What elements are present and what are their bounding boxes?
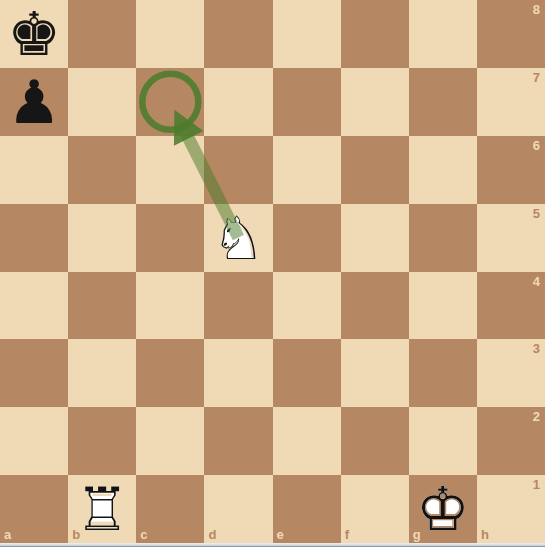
window-bottom-edge: [0, 543, 545, 547]
square-g6[interactable]: [409, 136, 477, 204]
piece-outline-glyph: ♘: [204, 204, 272, 272]
piece-fill-glyph: ♟: [0, 68, 68, 136]
square-b3[interactable]: [68, 339, 136, 407]
square-d7[interactable]: [204, 68, 272, 136]
square-e2[interactable]: [273, 407, 341, 475]
square-c5[interactable]: [136, 204, 204, 272]
piece-outline-glyph: ♔: [409, 475, 477, 543]
square-d5[interactable]: ♞♘: [204, 204, 272, 272]
square-h1[interactable]: 1h: [477, 475, 545, 543]
square-c1[interactable]: c: [136, 475, 204, 543]
square-h8[interactable]: 8: [477, 0, 545, 68]
square-b8[interactable]: [68, 0, 136, 68]
file-label: f: [345, 528, 349, 541]
square-g3[interactable]: [409, 339, 477, 407]
piece-white-king[interactable]: ♚♔: [409, 475, 477, 543]
square-d8[interactable]: [204, 0, 272, 68]
square-e1[interactable]: e: [273, 475, 341, 543]
square-c8[interactable]: [136, 0, 204, 68]
file-label: c: [140, 528, 147, 541]
file-label: a: [4, 528, 11, 541]
square-d6[interactable]: [204, 136, 272, 204]
square-f5[interactable]: [341, 204, 409, 272]
piece-black-pawn[interactable]: ♟: [0, 68, 68, 136]
square-e8[interactable]: [273, 0, 341, 68]
square-b2[interactable]: [68, 407, 136, 475]
square-e5[interactable]: [273, 204, 341, 272]
rank-label: 4: [533, 275, 540, 288]
square-a6[interactable]: [0, 136, 68, 204]
square-e4[interactable]: [273, 272, 341, 340]
square-d2[interactable]: [204, 407, 272, 475]
square-b4[interactable]: [68, 272, 136, 340]
rank-label: 8: [533, 3, 540, 16]
square-c6[interactable]: [136, 136, 204, 204]
square-g1[interactable]: g♚♔: [409, 475, 477, 543]
square-b7[interactable]: [68, 68, 136, 136]
square-c7[interactable]: [136, 68, 204, 136]
square-e6[interactable]: [273, 136, 341, 204]
square-e3[interactable]: [273, 339, 341, 407]
square-e7[interactable]: [273, 68, 341, 136]
square-a8[interactable]: ♚: [0, 0, 68, 68]
piece-white-rook[interactable]: ♜♖: [68, 475, 136, 543]
square-a3[interactable]: [0, 339, 68, 407]
square-f7[interactable]: [341, 68, 409, 136]
square-g7[interactable]: [409, 68, 477, 136]
square-h5[interactable]: 5: [477, 204, 545, 272]
square-d3[interactable]: [204, 339, 272, 407]
square-f2[interactable]: [341, 407, 409, 475]
square-h4[interactable]: 4: [477, 272, 545, 340]
piece-black-king[interactable]: ♚: [0, 0, 68, 68]
square-b6[interactable]: [68, 136, 136, 204]
rank-label: 2: [533, 410, 540, 423]
file-label: e: [277, 528, 284, 541]
square-b5[interactable]: [68, 204, 136, 272]
square-a7[interactable]: ♟: [0, 68, 68, 136]
square-g2[interactable]: [409, 407, 477, 475]
square-c2[interactable]: [136, 407, 204, 475]
square-h6[interactable]: 6: [477, 136, 545, 204]
file-label: h: [481, 528, 489, 541]
square-h3[interactable]: 3: [477, 339, 545, 407]
square-d4[interactable]: [204, 272, 272, 340]
square-a4[interactable]: [0, 272, 68, 340]
square-f4[interactable]: [341, 272, 409, 340]
square-f6[interactable]: [341, 136, 409, 204]
square-g5[interactable]: [409, 204, 477, 272]
chess-board: ♚8♟76♞♘5432ab♜♖cdefg♚♔1h: [0, 0, 545, 543]
piece-white-knight[interactable]: ♞♘: [204, 204, 272, 272]
square-f1[interactable]: f: [341, 475, 409, 543]
square-g4[interactable]: [409, 272, 477, 340]
square-a5[interactable]: [0, 204, 68, 272]
chess-app-window: ♚8♟76♞♘5432ab♜♖cdefg♚♔1h: [0, 0, 545, 547]
rank-label: 7: [533, 71, 540, 84]
file-label: d: [208, 528, 216, 541]
piece-fill-glyph: ♚: [0, 0, 68, 68]
square-c3[interactable]: [136, 339, 204, 407]
square-h7[interactable]: 7: [477, 68, 545, 136]
square-g8[interactable]: [409, 0, 477, 68]
square-f8[interactable]: [341, 0, 409, 68]
piece-outline-glyph: ♖: [68, 475, 136, 543]
rank-label: 1: [533, 478, 540, 491]
square-a1[interactable]: a: [0, 475, 68, 543]
square-a2[interactable]: [0, 407, 68, 475]
square-f3[interactable]: [341, 339, 409, 407]
square-d1[interactable]: d: [204, 475, 272, 543]
square-h2[interactable]: 2: [477, 407, 545, 475]
square-c4[interactable]: [136, 272, 204, 340]
square-b1[interactable]: b♜♖: [68, 475, 136, 543]
rank-label: 6: [533, 139, 540, 152]
rank-label: 5: [533, 207, 540, 220]
rank-label: 3: [533, 342, 540, 355]
